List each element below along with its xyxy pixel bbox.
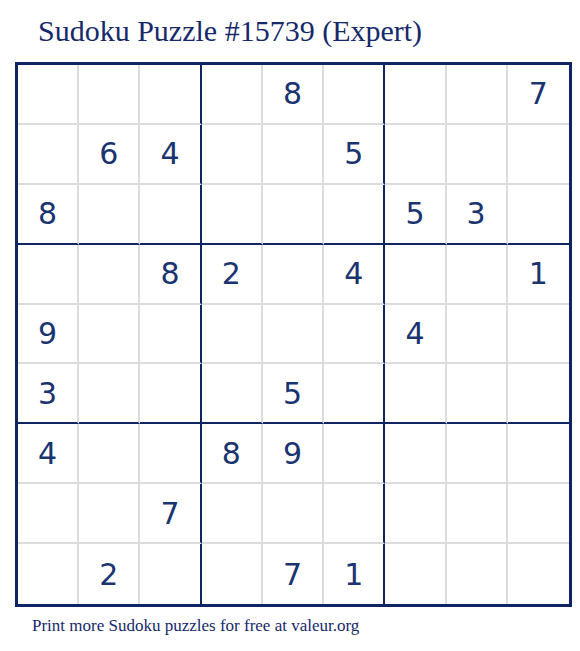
- cell-r1c4: [202, 65, 263, 125]
- cell-r5c1: 9: [18, 305, 79, 365]
- footer-text: Print more Sudoku puzzles for free at va…: [32, 615, 359, 637]
- cell-r7c6: [324, 424, 385, 484]
- cell-r3c8: 3: [447, 185, 508, 245]
- cell-r7c8: [447, 424, 508, 484]
- cell-r7c3: [140, 424, 201, 484]
- cell-r1c2: [79, 65, 140, 125]
- cell-r1c8: [447, 65, 508, 125]
- cell-r8c1: [18, 484, 79, 544]
- cell-r8c3: 7: [140, 484, 201, 544]
- cell-r2c5: [263, 125, 324, 185]
- cell-r2c1: [18, 125, 79, 185]
- cell-r4c2: [79, 245, 140, 305]
- sudoku-page: Sudoku Puzzle #15739 (Expert) 8764585382…: [0, 0, 580, 651]
- cell-r7c5: 9: [263, 424, 324, 484]
- cell-r5c8: [447, 305, 508, 365]
- cell-r5c7: 4: [385, 305, 446, 365]
- cell-r6c6: [324, 364, 385, 424]
- cell-r3c6: [324, 185, 385, 245]
- cell-r7c4: 8: [202, 424, 263, 484]
- cell-r5c3: [140, 305, 201, 365]
- cell-r8c7: [385, 484, 446, 544]
- cell-r6c9: [508, 364, 569, 424]
- cell-r9c1: [18, 544, 79, 604]
- cell-r1c6: [324, 65, 385, 125]
- sudoku-board: 87645853824194354897271: [15, 62, 572, 607]
- cell-r6c7: [385, 364, 446, 424]
- cell-r3c9: [508, 185, 569, 245]
- cell-r7c7: [385, 424, 446, 484]
- cell-r1c9: 7: [508, 65, 569, 125]
- cell-r9c4: [202, 544, 263, 604]
- cell-r1c1: [18, 65, 79, 125]
- cell-r4c7: [385, 245, 446, 305]
- cell-r8c2: [79, 484, 140, 544]
- cell-r9c2: 2: [79, 544, 140, 604]
- cell-r2c9: [508, 125, 569, 185]
- cell-r4c8: [447, 245, 508, 305]
- cell-r4c3: 8: [140, 245, 201, 305]
- cell-r7c2: [79, 424, 140, 484]
- cell-r2c6: 5: [324, 125, 385, 185]
- cell-r1c7: [385, 65, 446, 125]
- cell-r9c3: [140, 544, 201, 604]
- cell-r2c4: [202, 125, 263, 185]
- cell-r4c6: 4: [324, 245, 385, 305]
- cell-r8c9: [508, 484, 569, 544]
- cell-r3c3: [140, 185, 201, 245]
- cell-r9c9: [508, 544, 569, 604]
- cell-r4c4: 2: [202, 245, 263, 305]
- cell-r8c8: [447, 484, 508, 544]
- cell-r2c7: [385, 125, 446, 185]
- cell-r3c4: [202, 185, 263, 245]
- cell-r8c5: [263, 484, 324, 544]
- cell-r1c5: 8: [263, 65, 324, 125]
- cell-r8c6: [324, 484, 385, 544]
- cell-r4c1: [18, 245, 79, 305]
- cell-r5c2: [79, 305, 140, 365]
- cell-r1c3: [140, 65, 201, 125]
- cell-r7c1: 4: [18, 424, 79, 484]
- cell-r6c2: [79, 364, 140, 424]
- cell-r6c1: 3: [18, 364, 79, 424]
- cell-r6c4: [202, 364, 263, 424]
- cell-r5c6: [324, 305, 385, 365]
- cell-r5c5: [263, 305, 324, 365]
- cell-r9c5: 7: [263, 544, 324, 604]
- cell-r8c4: [202, 484, 263, 544]
- cell-r3c1: 8: [18, 185, 79, 245]
- cell-r5c4: [202, 305, 263, 365]
- cell-r4c9: 1: [508, 245, 569, 305]
- cell-r3c2: [79, 185, 140, 245]
- cell-r9c7: [385, 544, 446, 604]
- cell-r9c6: 1: [324, 544, 385, 604]
- cell-r3c5: [263, 185, 324, 245]
- cell-r2c3: 4: [140, 125, 201, 185]
- cell-r9c8: [447, 544, 508, 604]
- cell-r2c8: [447, 125, 508, 185]
- cell-r2c2: 6: [79, 125, 140, 185]
- cell-r6c3: [140, 364, 201, 424]
- cell-r3c7: 5: [385, 185, 446, 245]
- cell-r5c9: [508, 305, 569, 365]
- cell-r6c5: 5: [263, 364, 324, 424]
- cell-r6c8: [447, 364, 508, 424]
- cell-r7c9: [508, 424, 569, 484]
- page-title: Sudoku Puzzle #15739 (Expert): [38, 14, 422, 48]
- cell-r4c5: [263, 245, 324, 305]
